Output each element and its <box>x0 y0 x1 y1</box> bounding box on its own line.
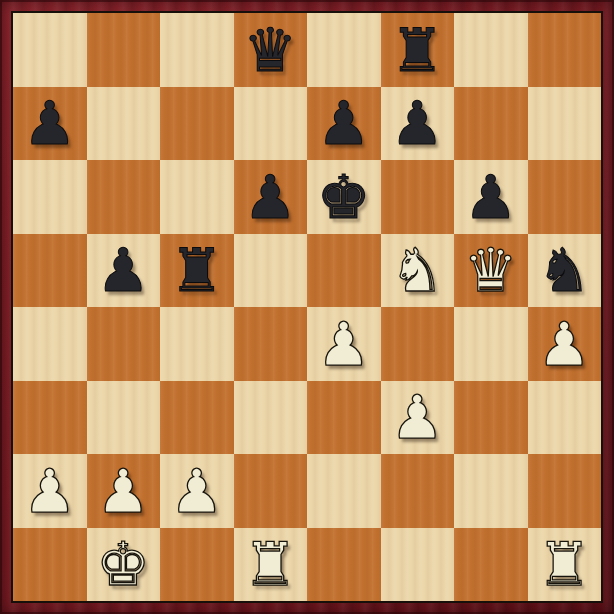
square-h5[interactable]: ♞ <box>528 234 602 308</box>
square-e4[interactable]: ♟ <box>307 307 381 381</box>
square-b2[interactable]: ♟ <box>87 454 161 528</box>
square-b8[interactable] <box>87 13 161 87</box>
piece-black-king[interactable]: ♚ <box>317 167 371 227</box>
square-f8[interactable]: ♜ <box>381 13 455 87</box>
square-b6[interactable] <box>87 160 161 234</box>
square-h7[interactable] <box>528 87 602 161</box>
square-g5[interactable]: ♛ <box>454 234 528 308</box>
piece-black-pawn[interactable]: ♟ <box>243 167 297 227</box>
square-a5[interactable] <box>13 234 87 308</box>
square-e8[interactable] <box>307 13 381 87</box>
square-c8[interactable] <box>160 13 234 87</box>
square-d7[interactable] <box>234 87 308 161</box>
square-c2[interactable]: ♟ <box>160 454 234 528</box>
square-d8[interactable]: ♛ <box>234 13 308 87</box>
piece-black-rook[interactable]: ♜ <box>390 20 444 80</box>
piece-black-knight[interactable]: ♞ <box>537 240 591 300</box>
square-f5[interactable]: ♞ <box>381 234 455 308</box>
square-d4[interactable] <box>234 307 308 381</box>
square-g7[interactable] <box>454 87 528 161</box>
square-f4[interactable] <box>381 307 455 381</box>
square-h6[interactable] <box>528 160 602 234</box>
chess-board: ♛♜♟♟♟♟♚♟♟♜♞♛♞♟♟♟♟♟♟♚♜♜ <box>11 11 603 603</box>
square-g4[interactable] <box>454 307 528 381</box>
square-a1[interactable] <box>13 528 87 602</box>
square-d6[interactable]: ♟ <box>234 160 308 234</box>
square-g6[interactable]: ♟ <box>454 160 528 234</box>
square-d2[interactable] <box>234 454 308 528</box>
piece-white-pawn[interactable]: ♟ <box>23 461 77 521</box>
piece-white-pawn[interactable]: ♟ <box>96 461 150 521</box>
square-a2[interactable]: ♟ <box>13 454 87 528</box>
square-h3[interactable] <box>528 381 602 455</box>
square-a3[interactable] <box>13 381 87 455</box>
piece-white-pawn[interactable]: ♟ <box>317 314 371 374</box>
square-a6[interactable] <box>13 160 87 234</box>
square-h2[interactable] <box>528 454 602 528</box>
piece-black-pawn[interactable]: ♟ <box>390 93 444 153</box>
board-frame: ♛♜♟♟♟♟♚♟♟♜♞♛♞♟♟♟♟♟♟♚♜♜ <box>0 0 614 614</box>
square-c4[interactable] <box>160 307 234 381</box>
square-d5[interactable] <box>234 234 308 308</box>
square-e1[interactable] <box>307 528 381 602</box>
square-a8[interactable] <box>13 13 87 87</box>
square-g2[interactable] <box>454 454 528 528</box>
square-e3[interactable] <box>307 381 381 455</box>
square-g8[interactable] <box>454 13 528 87</box>
square-c7[interactable] <box>160 87 234 161</box>
piece-black-pawn[interactable]: ♟ <box>464 167 518 227</box>
piece-white-rook[interactable]: ♜ <box>243 534 297 594</box>
piece-black-rook[interactable]: ♜ <box>170 240 224 300</box>
square-f2[interactable] <box>381 454 455 528</box>
piece-white-pawn[interactable]: ♟ <box>537 314 591 374</box>
square-b7[interactable] <box>87 87 161 161</box>
square-a7[interactable]: ♟ <box>13 87 87 161</box>
square-e5[interactable] <box>307 234 381 308</box>
square-d3[interactable] <box>234 381 308 455</box>
square-e6[interactable]: ♚ <box>307 160 381 234</box>
square-b3[interactable] <box>87 381 161 455</box>
piece-black-pawn[interactable]: ♟ <box>23 93 77 153</box>
square-c6[interactable] <box>160 160 234 234</box>
square-b4[interactable] <box>87 307 161 381</box>
square-e2[interactable] <box>307 454 381 528</box>
square-h4[interactable]: ♟ <box>528 307 602 381</box>
piece-black-queen[interactable]: ♛ <box>243 20 297 80</box>
square-f7[interactable]: ♟ <box>381 87 455 161</box>
square-g1[interactable] <box>454 528 528 602</box>
piece-white-knight[interactable]: ♞ <box>390 240 444 300</box>
square-f1[interactable] <box>381 528 455 602</box>
square-b5[interactable]: ♟ <box>87 234 161 308</box>
piece-white-king[interactable]: ♚ <box>96 534 150 594</box>
square-a4[interactable] <box>13 307 87 381</box>
square-c1[interactable] <box>160 528 234 602</box>
square-c5[interactable]: ♜ <box>160 234 234 308</box>
piece-black-pawn[interactable]: ♟ <box>96 240 150 300</box>
piece-white-queen[interactable]: ♛ <box>464 240 518 300</box>
piece-white-pawn[interactable]: ♟ <box>390 387 444 447</box>
square-f6[interactable] <box>381 160 455 234</box>
square-h1[interactable]: ♜ <box>528 528 602 602</box>
square-g3[interactable] <box>454 381 528 455</box>
square-c3[interactable] <box>160 381 234 455</box>
square-b1[interactable]: ♚ <box>87 528 161 602</box>
piece-black-pawn[interactable]: ♟ <box>317 93 371 153</box>
square-d1[interactable]: ♜ <box>234 528 308 602</box>
square-f3[interactable]: ♟ <box>381 381 455 455</box>
piece-white-rook[interactable]: ♜ <box>537 534 591 594</box>
square-e7[interactable]: ♟ <box>307 87 381 161</box>
square-h8[interactable] <box>528 13 602 87</box>
piece-white-pawn[interactable]: ♟ <box>170 461 224 521</box>
